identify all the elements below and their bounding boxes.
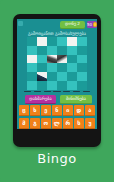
grid-cell-r1c1[interactable] bbox=[37, 46, 47, 55]
grid-cell-r4c5[interactable] bbox=[77, 72, 87, 81]
grid-cell-r1c3[interactable] bbox=[57, 46, 67, 55]
answer-slot-1 bbox=[24, 91, 31, 93]
grid-cell-r5c5[interactable] bbox=[77, 81, 87, 90]
grid-cell-r2c3[interactable] bbox=[57, 55, 67, 64]
level-indicator: დონე 2 bbox=[60, 21, 85, 29]
puzzle-grid bbox=[27, 37, 87, 90]
grid-cell-r2c5[interactable] bbox=[77, 55, 87, 64]
grid-cell-r4c3[interactable] bbox=[57, 72, 67, 81]
coin-icon bbox=[93, 22, 96, 27]
grid-cell-r5c1[interactable] bbox=[37, 81, 47, 90]
guess-button[interactable]: მინიშნება bbox=[60, 95, 92, 104]
letter-tile-r2c7[interactable]: უ bbox=[85, 118, 95, 129]
grid-cell-r0c1[interactable] bbox=[37, 37, 47, 46]
grid-cell-r3c1[interactable] bbox=[37, 63, 47, 72]
tablet-frame: დონე 2 50 გამოიცანით გამოსახულება დახმარ… bbox=[13, 14, 101, 147]
hint-button[interactable]: დახმარება bbox=[25, 95, 56, 104]
letter-tile-r1c5[interactable]: ი bbox=[63, 105, 73, 116]
answer-slot-5 bbox=[63, 91, 70, 93]
letter-tile-r1c6[interactable]: დ bbox=[74, 105, 84, 116]
store-thumbnail-background: დონე 2 50 გამოიცანით გამოსახულება დახმარ… bbox=[0, 0, 114, 182]
grid-cell-r5c2[interactable] bbox=[47, 81, 57, 90]
grid-cell-r0c5[interactable] bbox=[77, 37, 87, 46]
app-name: Bingo bbox=[0, 151, 114, 166]
answer-slot-3 bbox=[44, 91, 51, 93]
grid-cell-r5c4[interactable] bbox=[67, 81, 77, 90]
letter-tile-r2c5[interactable]: რ bbox=[63, 118, 73, 129]
letter-keyboard: ცხენიდამგოლრსუ bbox=[19, 105, 95, 129]
grid-cell-r3c3[interactable] bbox=[57, 63, 67, 72]
grid-cell-r3c2[interactable] bbox=[47, 63, 57, 72]
answer-slot-2 bbox=[34, 91, 41, 93]
answer-slots bbox=[24, 91, 90, 93]
coin-badge[interactable]: 50 bbox=[87, 21, 97, 28]
answer-slot-6 bbox=[73, 91, 80, 93]
letter-tile-r2c6[interactable]: ს bbox=[74, 118, 84, 129]
grid-cell-r0c0[interactable] bbox=[27, 37, 37, 46]
grid-cell-r2c0[interactable] bbox=[27, 55, 37, 64]
grid-cell-r0c3[interactable] bbox=[57, 37, 67, 46]
answer-slot-7 bbox=[83, 91, 90, 93]
answer-slot-4 bbox=[53, 91, 60, 93]
letter-tile-r2c2[interactable]: გ bbox=[30, 118, 40, 129]
letter-tile-r1c7[interactable]: ა bbox=[85, 105, 95, 116]
letter-tile-r2c4[interactable]: ლ bbox=[52, 118, 62, 129]
grid-cell-r4c2[interactable] bbox=[47, 72, 57, 81]
grid-cell-r0c4[interactable] bbox=[67, 37, 77, 46]
grid-cell-r2c1[interactable] bbox=[37, 55, 47, 64]
game-screen: დონე 2 50 გამოიცანით გამოსახულება დახმარ… bbox=[17, 19, 97, 129]
keyboard-row-2: მგოლრსუ bbox=[19, 118, 95, 129]
grid-cell-r0c2[interactable] bbox=[47, 37, 57, 46]
letter-tile-r2c1[interactable]: მ bbox=[19, 118, 29, 129]
grid-cell-r4c4[interactable] bbox=[67, 72, 77, 81]
grid-cell-r1c5[interactable] bbox=[77, 46, 87, 55]
grid-cell-r4c1[interactable] bbox=[37, 72, 47, 81]
grid-cell-r1c4[interactable] bbox=[67, 46, 77, 55]
letter-tile-r1c4[interactable]: ნ bbox=[52, 105, 62, 116]
screen-corner-icon bbox=[18, 21, 23, 26]
grid-cell-r2c2[interactable] bbox=[47, 55, 57, 64]
grid-cell-r5c3[interactable] bbox=[57, 81, 67, 90]
grid-cell-r3c4[interactable] bbox=[67, 63, 77, 72]
puzzle-title: გამოიცანით გამოსახულება bbox=[17, 31, 97, 36]
letter-tile-r2c3[interactable]: ო bbox=[41, 118, 51, 129]
grid-cell-r1c0[interactable] bbox=[27, 46, 37, 55]
grid-cell-r3c0[interactable] bbox=[27, 63, 37, 72]
grid-cell-r4c0[interactable] bbox=[27, 72, 37, 81]
grid-cell-r5c0[interactable] bbox=[27, 81, 37, 90]
letter-tile-r1c3[interactable]: ე bbox=[41, 105, 51, 116]
grid-cell-r1c2[interactable] bbox=[47, 46, 57, 55]
keyboard-row-1: ცხენიდა bbox=[19, 105, 95, 116]
letter-tile-r1c1[interactable]: ც bbox=[19, 105, 29, 116]
grid-cell-r3c5[interactable] bbox=[77, 63, 87, 72]
grid-cell-r2c4[interactable] bbox=[67, 55, 77, 64]
letter-tile-r1c2[interactable]: ხ bbox=[30, 105, 40, 116]
coin-count: 50 bbox=[87, 22, 92, 27]
